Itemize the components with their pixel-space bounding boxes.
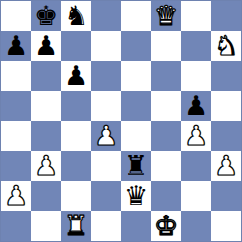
square-f3[interactable] <box>151 151 181 181</box>
square-b5[interactable] <box>31 91 61 121</box>
piece-white-queen[interactable]: ♛ <box>154 2 178 29</box>
piece-black-king[interactable]: ♚ <box>34 2 58 29</box>
square-c3[interactable] <box>61 151 91 181</box>
square-f8[interactable]: ♛ <box>151 1 181 31</box>
piece-white-pawn[interactable]: ♟ <box>214 152 238 179</box>
square-e3[interactable]: ♜ <box>121 151 151 181</box>
square-b7[interactable]: ♟ <box>31 31 61 61</box>
square-h3[interactable]: ♟ <box>211 151 241 181</box>
square-f1[interactable]: ♚ <box>151 211 181 241</box>
square-c7[interactable] <box>61 31 91 61</box>
square-b4[interactable] <box>31 121 61 151</box>
square-g7[interactable] <box>181 31 211 61</box>
square-f6[interactable] <box>151 61 181 91</box>
square-e5[interactable] <box>121 91 151 121</box>
square-b6[interactable] <box>31 61 61 91</box>
square-h7[interactable]: ♞ <box>211 31 241 61</box>
square-g1[interactable] <box>181 211 211 241</box>
square-d5[interactable] <box>91 91 121 121</box>
square-d8[interactable] <box>91 1 121 31</box>
square-c8[interactable]: ♞ <box>61 1 91 31</box>
square-a7[interactable]: ♟ <box>1 31 31 61</box>
square-a8[interactable] <box>1 1 31 31</box>
square-b8[interactable]: ♚ <box>31 1 61 31</box>
square-e4[interactable] <box>121 121 151 151</box>
square-e6[interactable] <box>121 61 151 91</box>
square-d4[interactable]: ♟ <box>91 121 121 151</box>
square-h6[interactable] <box>211 61 241 91</box>
square-a3[interactable] <box>1 151 31 181</box>
square-a4[interactable] <box>1 121 31 151</box>
square-g3[interactable] <box>181 151 211 181</box>
square-g5[interactable]: ♟ <box>181 91 211 121</box>
piece-black-pawn[interactable]: ♟ <box>184 92 208 119</box>
square-d3[interactable] <box>91 151 121 181</box>
square-c5[interactable] <box>61 91 91 121</box>
square-g6[interactable] <box>181 61 211 91</box>
square-e2[interactable]: ♛ <box>121 181 151 211</box>
piece-white-pawn[interactable]: ♟ <box>4 182 28 209</box>
square-d6[interactable] <box>91 61 121 91</box>
square-g4[interactable]: ♟ <box>181 121 211 151</box>
piece-black-pawn[interactable]: ♟ <box>4 32 28 59</box>
square-h2[interactable] <box>211 181 241 211</box>
square-e1[interactable] <box>121 211 151 241</box>
piece-black-knight[interactable]: ♞ <box>64 2 88 29</box>
piece-white-rook[interactable]: ♜ <box>64 212 88 239</box>
square-a6[interactable] <box>1 61 31 91</box>
piece-white-pawn[interactable]: ♟ <box>34 152 58 179</box>
square-d1[interactable] <box>91 211 121 241</box>
piece-white-knight[interactable]: ♞ <box>214 32 238 59</box>
square-f4[interactable] <box>151 121 181 151</box>
square-d2[interactable] <box>91 181 121 211</box>
square-d7[interactable] <box>91 31 121 61</box>
piece-white-pawn[interactable]: ♟ <box>94 122 118 149</box>
square-b3[interactable]: ♟ <box>31 151 61 181</box>
piece-white-king[interactable]: ♚ <box>154 212 178 239</box>
square-c4[interactable] <box>61 121 91 151</box>
square-b2[interactable] <box>31 181 61 211</box>
square-h8[interactable] <box>211 1 241 31</box>
piece-black-pawn[interactable]: ♟ <box>64 62 88 89</box>
chess-board: ♚♞♛♟♟♞♟♟♟♟♟♜♟♟♛♜♚ <box>0 0 242 242</box>
square-b1[interactable] <box>31 211 61 241</box>
square-a1[interactable] <box>1 211 31 241</box>
square-a5[interactable] <box>1 91 31 121</box>
square-c2[interactable] <box>61 181 91 211</box>
piece-white-pawn[interactable]: ♟ <box>184 122 208 149</box>
square-f7[interactable] <box>151 31 181 61</box>
piece-black-rook[interactable]: ♜ <box>124 152 148 179</box>
square-c6[interactable]: ♟ <box>61 61 91 91</box>
square-a2[interactable]: ♟ <box>1 181 31 211</box>
piece-black-queen[interactable]: ♛ <box>124 182 148 209</box>
square-h5[interactable] <box>211 91 241 121</box>
square-f2[interactable] <box>151 181 181 211</box>
square-g2[interactable] <box>181 181 211 211</box>
square-e8[interactable] <box>121 1 151 31</box>
square-g8[interactable] <box>181 1 211 31</box>
square-h1[interactable] <box>211 211 241 241</box>
piece-black-pawn[interactable]: ♟ <box>34 32 58 59</box>
square-h4[interactable] <box>211 121 241 151</box>
square-e7[interactable] <box>121 31 151 61</box>
square-f5[interactable] <box>151 91 181 121</box>
square-c1[interactable]: ♜ <box>61 211 91 241</box>
